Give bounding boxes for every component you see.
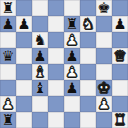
square-g2[interactable]: ♟ [96,96,112,112]
square-c7[interactable] [32,16,48,32]
square-f3[interactable] [80,80,96,96]
square-c5[interactable]: ♟ [32,48,48,64]
square-h7[interactable]: ♟ [112,16,128,32]
square-b4[interactable] [16,64,32,80]
white-king-icon: ♚ [98,80,111,96]
black-pawn-icon: ♟ [2,16,15,32]
black-bishop-icon: ♝ [34,80,47,96]
square-h4[interactable] [112,64,128,80]
white-pawn-icon: ♟ [2,96,15,112]
square-f4[interactable] [80,64,96,80]
square-h5[interactable]: ♛ [112,48,128,64]
square-e4[interactable]: ♟ [64,64,80,80]
square-d3[interactable] [48,80,64,96]
square-d6[interactable] [48,32,64,48]
square-b3[interactable] [16,80,32,96]
square-c4[interactable]: ♝ [32,64,48,80]
square-a4[interactable] [0,64,16,80]
square-a3[interactable] [0,80,16,96]
square-e3[interactable]: ♟ [64,80,80,96]
square-f8[interactable] [80,0,96,16]
square-h8[interactable] [112,0,128,16]
square-a7[interactable]: ♟ [0,16,16,32]
black-pawn-icon: ♟ [18,16,31,32]
square-h3[interactable] [112,80,128,96]
square-c6[interactable]: ♞ [32,32,48,48]
black-pawn-icon: ♟ [66,80,79,96]
square-c2[interactable] [32,96,48,112]
square-d7[interactable] [48,16,64,32]
square-b8[interactable] [16,0,32,16]
square-d8[interactable] [48,0,64,16]
square-f2[interactable] [80,96,96,112]
square-h6[interactable] [112,32,128,48]
square-f6[interactable] [80,32,96,48]
square-c3[interactable]: ♝ [32,80,48,96]
square-g7[interactable] [96,16,112,32]
square-c1[interactable] [32,112,48,128]
square-f7[interactable]: ♞ [80,16,96,32]
square-e8[interactable] [64,0,80,16]
square-b5[interactable] [16,48,32,64]
square-a2[interactable]: ♟ [0,96,16,112]
square-d4[interactable] [48,64,64,80]
square-f1[interactable] [80,112,96,128]
square-g1[interactable] [96,112,112,128]
black-rook-icon: ♜ [2,0,15,16]
white-bishop-icon: ♝ [34,64,47,80]
black-rook-icon: ♜ [66,16,79,32]
black-king-icon: ♚ [98,0,111,16]
square-e2[interactable] [64,96,80,112]
chess-board: ♜♚♟♟♜♞♟♞♟♛♟♟♛♝♟♝♟♚♟♟♜♜ [0,0,128,128]
square-d5[interactable] [48,48,64,64]
square-a6[interactable] [0,32,16,48]
square-e5[interactable]: ♟ [64,48,80,64]
square-e7[interactable]: ♜ [64,16,80,32]
square-g3[interactable]: ♚ [96,80,112,96]
square-a1[interactable]: ♜ [0,112,16,128]
square-b7[interactable]: ♟ [16,16,32,32]
black-queen-icon: ♛ [2,48,15,64]
black-pawn-icon: ♟ [34,48,47,64]
square-g4[interactable] [96,64,112,80]
black-pawn-icon: ♟ [114,16,127,32]
white-pawn-icon: ♟ [98,96,111,112]
square-f5[interactable] [80,48,96,64]
square-b2[interactable] [16,96,32,112]
square-a5[interactable]: ♛ [0,48,16,64]
square-g6[interactable] [96,32,112,48]
square-e1[interactable] [64,112,80,128]
square-d1[interactable] [48,112,64,128]
square-g5[interactable] [96,48,112,64]
white-pawn-icon: ♟ [66,32,79,48]
black-pawn-icon: ♟ [66,48,79,64]
square-g8[interactable]: ♚ [96,0,112,16]
white-pawn-icon: ♟ [66,64,79,80]
square-e6[interactable]: ♟ [64,32,80,48]
square-h2[interactable] [112,96,128,112]
square-c8[interactable] [32,0,48,16]
white-knight-icon: ♞ [82,16,95,32]
square-h1[interactable]: ♜ [112,112,128,128]
black-knight-icon: ♞ [34,32,47,48]
square-a8[interactable]: ♜ [0,0,16,16]
square-b1[interactable] [16,112,32,128]
black-rook-icon: ♜ [2,112,15,128]
square-d2[interactable] [48,96,64,112]
white-queen-icon: ♛ [114,48,127,64]
white-rook-icon: ♜ [114,112,127,128]
square-b6[interactable] [16,32,32,48]
